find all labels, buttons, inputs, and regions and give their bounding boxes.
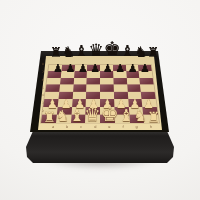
rank-label-7: 7	[42, 71, 44, 74]
black-rook-a8: ♜	[50, 46, 62, 59]
rank-label-4: 4	[42, 94, 44, 97]
black-pawn-d7: ♟	[90, 63, 100, 74]
black-knight-g8: ♞	[134, 45, 147, 59]
black-rank-8-pieces: ♜♞♝♛♚♝♞♜	[50, 40, 150, 59]
rank-label-5: 5	[42, 87, 44, 90]
rank-label-6: 6	[42, 79, 44, 82]
black-pawn-h7: ♟	[140, 63, 150, 74]
white-king-e1: ♚	[101, 104, 119, 124]
square-b6	[60, 78, 74, 85]
white-rank-1-pieces: ♜♞♝♛♚♝♞♜	[43, 104, 157, 124]
square-d5	[86, 85, 100, 92]
square-a5	[45, 85, 59, 92]
white-bishop-f1: ♝	[119, 108, 134, 125]
square-h6	[139, 78, 153, 85]
file-label-e: e	[108, 126, 110, 130]
square-c6	[73, 78, 87, 85]
black-pawn-f7: ♟	[115, 63, 125, 74]
white-queen-d1: ♛	[84, 106, 100, 124]
file-label-d: d	[94, 126, 96, 130]
square-g6	[126, 78, 140, 85]
file-label-b: b	[66, 126, 68, 130]
black-pawn-c7: ♟	[78, 63, 88, 74]
white-rook-h1: ♜	[147, 110, 160, 124]
black-rank-7-pieces: ♟♟♟♟♟♟♟♟	[53, 63, 150, 74]
chess-set-photo: abcdefgh 87654321 ♜♞♝♛♚♝♞♜♟♟♟♟♟♟♟♟♟♟♟♟♟♟…	[0, 0, 200, 200]
square-c5	[73, 85, 87, 92]
square-f6	[113, 78, 127, 85]
white-knight-b1: ♞	[56, 109, 70, 124]
file-label-a: a	[52, 126, 54, 130]
square-a6	[46, 78, 60, 85]
black-pawn-g7: ♟	[128, 63, 138, 74]
black-bishop-c8: ♝	[75, 44, 89, 59]
black-rook-h8: ♜	[147, 46, 159, 59]
white-bishop-c1: ♝	[70, 108, 85, 125]
square-d6	[87, 78, 100, 85]
square-f5	[113, 85, 127, 92]
white-rook-a1: ♜	[43, 110, 56, 124]
black-bishop-f8: ♝	[121, 44, 135, 59]
black-pawn-e7: ♟	[103, 63, 113, 74]
square-e6	[100, 78, 113, 85]
file-label-h: h	[150, 126, 152, 130]
square-h5	[140, 85, 154, 92]
file-label-f: f	[122, 126, 123, 130]
square-g5	[127, 85, 141, 92]
rank-label-8: 8	[42, 63, 44, 66]
black-pawn-b7: ♟	[65, 63, 75, 74]
square-b5	[59, 85, 73, 92]
file-label-c: c	[80, 126, 82, 130]
black-pawn-a7: ♟	[53, 63, 63, 74]
square-e5	[100, 85, 114, 92]
white-knight-g1: ♞	[134, 109, 148, 124]
black-queen-d8: ♛	[89, 42, 104, 59]
file-label-g: g	[136, 126, 138, 130]
black-knight-b8: ♞	[62, 45, 75, 59]
black-king-e8: ♚	[104, 40, 121, 59]
